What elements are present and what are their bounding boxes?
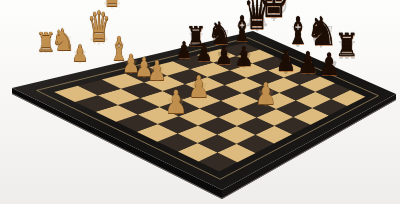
chess-set-photo: ♜♜♞♞♟♟♛♛♝♝♟♟♟♟♟♟♟♟♟♟♟♟♛♛♛♛♜♜♞♞♝♝♛♛♚♚♝♝♞♞… <box>0 0 400 204</box>
chess-board <box>0 0 400 204</box>
